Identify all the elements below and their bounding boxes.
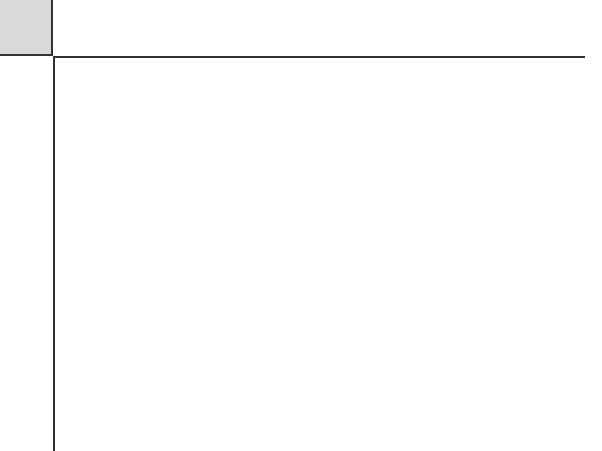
corner-watermark bbox=[0, 0, 53, 56]
left-clues bbox=[0, 56, 55, 451]
nonogram-grid bbox=[53, 56, 585, 451]
nonogram-page: { "game": "nonogram", "source_watermark"… bbox=[0, 0, 602, 451]
side-watermark bbox=[584, 318, 602, 451]
top-clues bbox=[53, 0, 585, 58]
